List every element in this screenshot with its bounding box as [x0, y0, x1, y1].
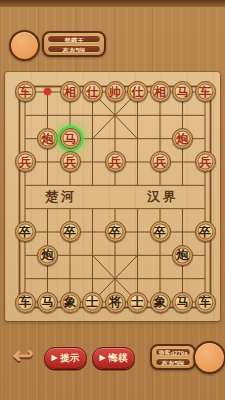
piece-black-cannon[interactable]: 炮: [37, 245, 58, 266]
board-point-e4[interactable]: [104, 174, 127, 197]
board-point-d9[interactable]: 士: [81, 290, 104, 313]
board-point-d5[interactable]: [81, 197, 104, 220]
board-point-a3[interactable]: 兵: [14, 150, 37, 173]
back-button[interactable]: ↩: [8, 340, 38, 370]
piece-red-horse[interactable]: 马: [172, 81, 193, 102]
board-point-e0[interactable]: 帅: [104, 80, 127, 103]
board-point-g7[interactable]: [149, 244, 172, 267]
board-point-d2[interactable]: [81, 127, 104, 150]
bottom-player-plate: 游客d279a 布衣5段: [150, 344, 196, 370]
board-point-g6[interactable]: 卒: [149, 220, 172, 243]
board-point-h6[interactable]: [171, 220, 194, 243]
top-player-name: 楚霸王: [47, 35, 101, 43]
piece-black-advisor[interactable]: 士: [127, 292, 148, 313]
board-point-i5[interactable]: [194, 197, 217, 220]
board-point-b5[interactable]: [36, 197, 59, 220]
board-point-g8[interactable]: [149, 267, 172, 290]
board-point-g2[interactable]: [149, 127, 172, 150]
board-point-c4[interactable]: [59, 174, 82, 197]
bottom-player-rank-badge: 布衣5段: [155, 358, 191, 366]
piece-red-advisor[interactable]: 仕: [82, 81, 103, 102]
piece-black-soldier[interactable]: 卒: [150, 221, 171, 242]
piece-red-chariot[interactable]: 车: [195, 81, 216, 102]
board-point-i4[interactable]: [194, 174, 217, 197]
board-point-c3[interactable]: 兵: [59, 150, 82, 173]
board-point-h7[interactable]: 炮: [171, 244, 194, 267]
piece-black-soldier[interactable]: 卒: [60, 221, 81, 242]
piece-black-advisor[interactable]: 士: [82, 292, 103, 313]
board-point-f4[interactable]: [126, 174, 149, 197]
piece-black-elephant[interactable]: 象: [60, 292, 81, 313]
board-point-e1[interactable]: [104, 104, 127, 127]
hint-button-label: 提示: [61, 353, 80, 363]
bottom-player-name: 游客d279a: [155, 348, 191, 356]
board-point-e9[interactable]: 将: [104, 290, 127, 313]
board-point-f9[interactable]: 士: [126, 290, 149, 313]
board-point-d4[interactable]: [81, 174, 104, 197]
piece-black-soldier[interactable]: 卒: [15, 221, 36, 242]
board-point-i1[interactable]: [194, 104, 217, 127]
board-point-c6[interactable]: 卒: [59, 220, 82, 243]
board-point-i8[interactable]: [194, 267, 217, 290]
board-point-c7[interactable]: [59, 244, 82, 267]
board-point-a8[interactable]: [14, 267, 37, 290]
board-point-f5[interactable]: [126, 197, 149, 220]
board-grid: 车相仕帅仕相马车炮马炮兵兵兵兵兵卒卒卒卒卒炮炮车马象士将士象马车: [14, 80, 217, 313]
piece-red-cannon[interactable]: 炮: [172, 128, 193, 149]
piece-red-soldier[interactable]: 兵: [60, 151, 81, 172]
board-point-g9[interactable]: 象: [149, 290, 172, 313]
takeback-button[interactable]: ▶ 悔棋: [92, 347, 135, 369]
board-point-c0[interactable]: 相: [59, 80, 82, 103]
piece-black-horse[interactable]: 马: [172, 292, 193, 313]
board-point-c9[interactable]: 象: [59, 290, 82, 313]
board-point-g5[interactable]: [149, 197, 172, 220]
piece-red-soldier[interactable]: 兵: [105, 151, 126, 172]
piece-black-cannon[interactable]: 炮: [172, 245, 193, 266]
board-point-h4[interactable]: [171, 174, 194, 197]
board-point-g4[interactable]: [149, 174, 172, 197]
board-point-a6[interactable]: 卒: [14, 220, 37, 243]
top-player-avatar[interactable]: [9, 30, 40, 61]
board-point-a2[interactable]: [14, 127, 37, 150]
board-point-g1[interactable]: [149, 104, 172, 127]
board-point-d1[interactable]: [81, 104, 104, 127]
top-player-rank-badge: 布衣5段: [47, 45, 101, 53]
piece-red-elephant[interactable]: 相: [60, 81, 81, 102]
board-point-a7[interactable]: [14, 244, 37, 267]
board-point-e6[interactable]: 卒: [104, 220, 127, 243]
board-point-d6[interactable]: [81, 220, 104, 243]
board-point-e8[interactable]: [104, 267, 127, 290]
board-point-b2[interactable]: 炮: [36, 127, 59, 150]
board-point-a1[interactable]: [14, 104, 37, 127]
board-point-h9[interactable]: 马: [171, 290, 194, 313]
board-point-e2[interactable]: [104, 127, 127, 150]
piece-black-horse[interactable]: 马: [37, 292, 58, 313]
board-point-e7[interactable]: [104, 244, 127, 267]
piece-black-soldier[interactable]: 卒: [195, 221, 216, 242]
board-point-d3[interactable]: [81, 150, 104, 173]
xiangqi-board: 楚河 汉界 车相仕帅仕相马车炮马炮兵兵兵兵兵卒卒卒卒卒炮炮车马象士将士象马车: [5, 72, 220, 321]
board-point-b7[interactable]: 炮: [36, 244, 59, 267]
board-point-d0[interactable]: 仕: [81, 80, 104, 103]
board-point-h2[interactable]: 炮: [171, 127, 194, 150]
takeback-button-label: 悔棋: [109, 353, 128, 363]
board-point-c1[interactable]: [59, 104, 82, 127]
board-point-i3[interactable]: 兵: [194, 150, 217, 173]
board-point-i7[interactable]: [194, 244, 217, 267]
board-point-i2[interactable]: [194, 127, 217, 150]
board-point-a0[interactable]: 车: [14, 80, 37, 103]
board-point-i6[interactable]: 卒: [194, 220, 217, 243]
board-point-a4[interactable]: [14, 174, 37, 197]
app-screen: 楚霸王 布衣5段 楚河 汉界 车相仕帅仕相马车炮马炮兵兵兵兵兵卒卒卒卒卒炮炮车马…: [0, 0, 225, 400]
top-player-plate: 楚霸王 布衣5段: [42, 31, 106, 57]
board-point-e3[interactable]: 兵: [104, 150, 127, 173]
board-point-c5[interactable]: [59, 197, 82, 220]
piece-red-soldier[interactable]: 兵: [150, 151, 171, 172]
board-point-b1[interactable]: [36, 104, 59, 127]
piece-red-chariot[interactable]: 车: [15, 81, 36, 102]
piece-red-cannon[interactable]: 炮: [37, 128, 58, 149]
piece-black-general[interactable]: 将: [105, 292, 126, 313]
board-point-b8[interactable]: [36, 267, 59, 290]
undo-arrow-icon: ↩: [13, 342, 34, 368]
board-point-h0[interactable]: 马: [171, 80, 194, 103]
piece-black-soldier[interactable]: 卒: [105, 221, 126, 242]
hint-button[interactable]: ▶ 提示: [44, 347, 87, 369]
board-point-b0[interactable]: [36, 80, 59, 103]
piece-red-soldier[interactable]: 兵: [195, 151, 216, 172]
piece-red-soldier[interactable]: 兵: [15, 151, 36, 172]
board-point-h1[interactable]: [171, 104, 194, 127]
board-point-c8[interactable]: [59, 267, 82, 290]
board-point-g3[interactable]: 兵: [149, 150, 172, 173]
piece-black-chariot[interactable]: 车: [15, 292, 36, 313]
last-move-origin-marker: [44, 88, 51, 95]
play-ad-icon: ▶: [99, 354, 105, 362]
board-point-f8[interactable]: [126, 267, 149, 290]
board-point-d7[interactable]: [81, 244, 104, 267]
board-point-f1[interactable]: [126, 104, 149, 127]
board-point-f0[interactable]: 仕: [126, 80, 149, 103]
board-point-f7[interactable]: [126, 244, 149, 267]
board-point-e5[interactable]: [104, 197, 127, 220]
board-point-a9[interactable]: 车: [14, 290, 37, 313]
board-point-h8[interactable]: [171, 267, 194, 290]
play-ad-icon: ▶: [51, 354, 57, 362]
board-point-a5[interactable]: [14, 197, 37, 220]
top-wood-strip: [0, 0, 225, 7]
bottom-player-avatar[interactable]: [193, 341, 225, 374]
board-point-b3[interactable]: [36, 150, 59, 173]
board-point-h3[interactable]: [171, 150, 194, 173]
board-point-b4[interactable]: [36, 174, 59, 197]
board-point-b6[interactable]: [36, 220, 59, 243]
board-point-i0[interactable]: 车: [194, 80, 217, 103]
board-point-b9[interactable]: 马: [36, 290, 59, 313]
piece-black-chariot[interactable]: 车: [195, 292, 216, 313]
board-point-d8[interactable]: [81, 267, 104, 290]
board-point-i9[interactable]: 车: [194, 290, 217, 313]
piece-red-general[interactable]: 帅: [105, 81, 126, 102]
piece-red-advisor[interactable]: 仕: [127, 81, 148, 102]
board-point-h5[interactable]: [171, 197, 194, 220]
piece-black-elephant[interactable]: 象: [150, 292, 171, 313]
board-point-g0[interactable]: 相: [149, 80, 172, 103]
board-point-c2[interactable]: 马: [59, 127, 82, 150]
piece-red-horse[interactable]: 马: [60, 128, 81, 149]
board-point-f2[interactable]: [126, 127, 149, 150]
board-point-f6[interactable]: [126, 220, 149, 243]
board-point-f3[interactable]: [126, 150, 149, 173]
piece-red-elephant[interactable]: 相: [150, 81, 171, 102]
